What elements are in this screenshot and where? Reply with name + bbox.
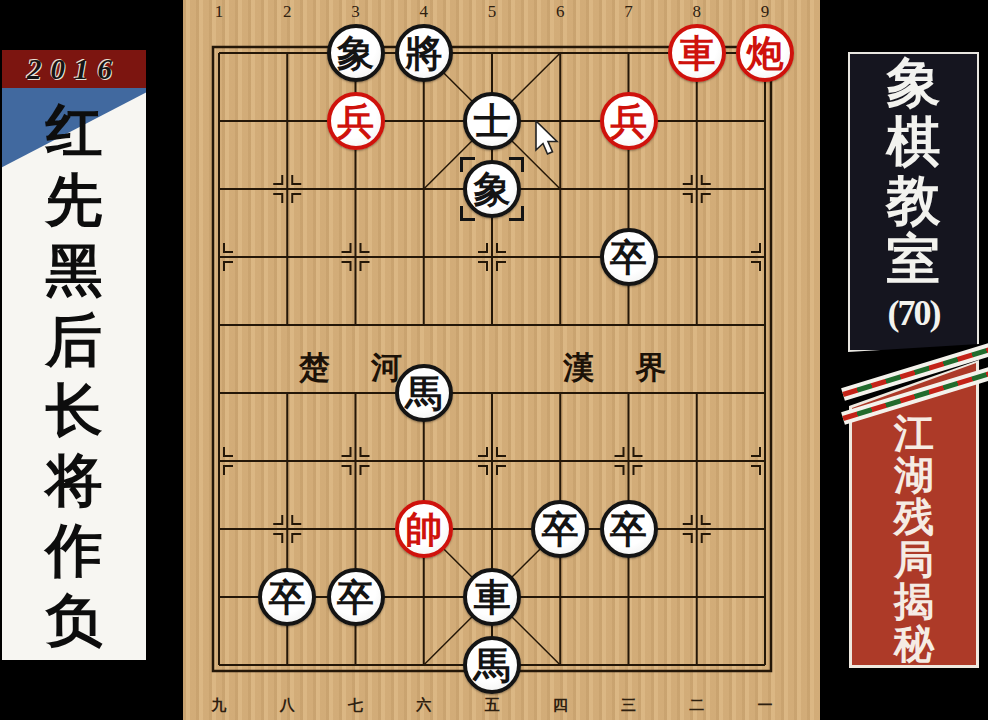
file-label-bottom: 二 (689, 696, 704, 715)
piece-glyph: 卒 (610, 511, 647, 548)
piece-glyph: 兵 (337, 103, 374, 140)
series-title-text: 象棋教室 (887, 54, 941, 290)
piece-glyph: 將 (405, 35, 442, 72)
file-label-bottom: 八 (280, 696, 295, 715)
file-label-top: 8 (693, 2, 702, 22)
piece-glyph: 兵 (610, 103, 647, 140)
series-title-char: 室 (887, 231, 941, 290)
piece-glyph: 卒 (542, 511, 579, 548)
caption-char: 先 (46, 166, 103, 236)
left-caption-panel: 红先黑后长将作负 (2, 88, 146, 660)
file-label-bottom: 七 (348, 696, 363, 715)
caption-char: 作 (46, 516, 103, 586)
piece-glyph: 象 (474, 171, 511, 208)
xiangqi-board[interactable]: 123456789 九八七六五四三二一 楚河 漢界 象將車炮兵士兵象卒馬帥卒卒卒… (183, 0, 820, 720)
piece-black-pawn[interactable]: 卒 (327, 568, 385, 626)
year-label: 2016 (27, 53, 121, 86)
piece-glyph: 士 (474, 103, 511, 140)
caption-char: 红 (46, 96, 103, 166)
series-title-char: 象 (887, 54, 941, 113)
right-banner: 象棋教室 (70) 江湖残局揭秘 (845, 0, 988, 720)
piece-black-general[interactable]: 將 (395, 24, 453, 82)
piece-glyph: 帥 (405, 511, 442, 548)
file-label-bottom: 九 (212, 696, 227, 715)
piece-glyph: 車 (678, 35, 715, 72)
piece-glyph: 馬 (474, 647, 511, 684)
subtitle-char: 江 (894, 413, 934, 455)
caption-char: 黑 (46, 236, 103, 306)
file-label-top: 6 (556, 2, 565, 22)
series-title-panel: 象棋教室 (70) (848, 52, 979, 352)
river-label-han-jie: 漢界 (563, 347, 707, 389)
subtitle-char: 秘 (894, 623, 934, 665)
caption-char: 后 (46, 306, 103, 376)
left-caption-text: 红先黑后长将作负 (2, 88, 146, 656)
piece-glyph: 卒 (610, 239, 647, 276)
episode-number: (70) (888, 292, 940, 334)
caption-char: 将 (46, 446, 103, 516)
piece-black-pawn[interactable]: 卒 (600, 228, 658, 286)
piece-glyph: 馬 (405, 375, 442, 412)
piece-glyph: 炮 (747, 35, 784, 72)
file-label-top: 9 (761, 2, 770, 22)
file-label-bottom: 五 (485, 696, 500, 715)
left-banner: 2016 红先黑后长将作负 (2, 50, 146, 662)
piece-black-elephant[interactable]: 象 (463, 160, 521, 218)
file-label-bottom: 六 (416, 696, 431, 715)
piece-black-horse[interactable]: 馬 (463, 636, 521, 694)
series-title-char: 棋 (887, 113, 941, 172)
piece-glyph: 車 (474, 579, 511, 616)
piece-red-chariot[interactable]: 車 (668, 24, 726, 82)
piece-black-pawn[interactable]: 卒 (600, 500, 658, 558)
piece-black-advisor[interactable]: 士 (463, 92, 521, 150)
piece-black-pawn[interactable]: 卒 (531, 500, 589, 558)
caption-char: 负 (46, 586, 103, 656)
piece-glyph: 卒 (269, 579, 306, 616)
file-label-top: 3 (351, 2, 360, 22)
piece-black-elephant[interactable]: 象 (327, 24, 385, 82)
file-label-top: 7 (624, 2, 633, 22)
piece-red-cannon[interactable]: 炮 (736, 24, 794, 82)
file-label-top: 4 (420, 2, 429, 22)
piece-glyph: 象 (337, 35, 374, 72)
series-title-char: 教 (887, 172, 941, 231)
piece-black-chariot[interactable]: 車 (463, 568, 521, 626)
piece-red-pawn[interactable]: 兵 (327, 92, 385, 150)
file-label-top: 5 (488, 2, 497, 22)
subtitle-text: 江湖残局揭秘 (894, 413, 934, 665)
subtitle-char: 湖 (894, 455, 934, 497)
file-label-bottom: 三 (621, 696, 636, 715)
file-label-top: 2 (283, 2, 292, 22)
file-label-top: 1 (215, 2, 224, 22)
piece-red-general[interactable]: 帥 (395, 500, 453, 558)
subtitle-char: 揭 (894, 581, 934, 623)
mouse-cursor (535, 120, 561, 158)
subtitle-char: 残 (894, 497, 934, 539)
piece-red-pawn[interactable]: 兵 (600, 92, 658, 150)
piece-black-pawn[interactable]: 卒 (258, 568, 316, 626)
piece-black-horse[interactable]: 馬 (395, 364, 453, 422)
file-label-bottom: 四 (553, 696, 568, 715)
file-label-bottom: 一 (758, 696, 773, 715)
caption-char: 长 (46, 376, 103, 446)
year-band: 2016 (2, 50, 146, 88)
subtitle-char: 局 (894, 539, 934, 581)
piece-glyph: 卒 (337, 579, 374, 616)
